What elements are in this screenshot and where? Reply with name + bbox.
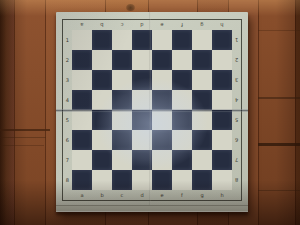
square-e8[interactable] xyxy=(152,170,172,190)
board-bottom-edge xyxy=(56,205,248,212)
square-f3[interactable] xyxy=(172,70,192,90)
square-h3[interactable] xyxy=(212,70,232,90)
coord-label: a xyxy=(74,191,91,200)
square-f6[interactable] xyxy=(172,130,192,150)
square-d1[interactable] xyxy=(132,30,152,50)
coord-label: 5 xyxy=(233,112,241,129)
coord-label: 6 xyxy=(233,132,241,149)
square-f8[interactable] xyxy=(172,170,192,190)
coord-label: c xyxy=(114,21,131,30)
square-h8[interactable] xyxy=(212,170,232,190)
square-d7[interactable] xyxy=(132,150,152,170)
square-b2[interactable] xyxy=(92,50,112,70)
square-c7[interactable] xyxy=(112,150,132,170)
coord-label: b xyxy=(94,21,111,30)
coord-label: 1 xyxy=(233,32,241,49)
coord-label: 6 xyxy=(64,132,72,149)
square-e5[interactable] xyxy=(152,110,172,130)
square-a5[interactable] xyxy=(72,110,92,130)
coord-label: h xyxy=(214,21,231,30)
square-g4[interactable] xyxy=(192,90,212,110)
coord-label: 2 xyxy=(233,52,241,69)
coord-label: 8 xyxy=(64,172,72,189)
rank-labels-left: 12345678 xyxy=(63,30,72,190)
square-f4[interactable] xyxy=(172,90,192,110)
square-g7[interactable] xyxy=(192,150,212,170)
coord-label: g xyxy=(194,191,211,200)
coord-label: e xyxy=(154,191,171,200)
square-a8[interactable] xyxy=(72,170,92,190)
square-f1[interactable] xyxy=(172,30,192,50)
square-g6[interactable] xyxy=(192,130,212,150)
coord-label: 7 xyxy=(64,152,72,169)
square-c8[interactable] xyxy=(112,170,132,190)
coord-label: g xyxy=(194,21,211,30)
coord-label: h xyxy=(214,191,231,200)
coord-label: 3 xyxy=(233,72,241,89)
square-b8[interactable] xyxy=(92,170,112,190)
square-c4[interactable] xyxy=(112,90,132,110)
square-h7[interactable] xyxy=(212,150,232,170)
square-d4[interactable] xyxy=(132,90,152,110)
square-g8[interactable] xyxy=(192,170,212,190)
chessboard: abcdefgh 12345678 12345678 abcdefgh xyxy=(56,12,248,212)
square-g3[interactable] xyxy=(192,70,212,90)
square-e4[interactable] xyxy=(152,90,172,110)
coord-label: 1 xyxy=(64,32,72,49)
square-c3[interactable] xyxy=(112,70,132,90)
square-g1[interactable] xyxy=(192,30,212,50)
square-a6[interactable] xyxy=(72,130,92,150)
square-f7[interactable] xyxy=(172,150,192,170)
square-d6[interactable] xyxy=(132,130,152,150)
square-b5[interactable] xyxy=(92,110,112,130)
square-d3[interactable] xyxy=(132,70,152,90)
square-e7[interactable] xyxy=(152,150,172,170)
square-h1[interactable] xyxy=(212,30,232,50)
rank-labels-right: 12345678 xyxy=(232,30,241,190)
square-b3[interactable] xyxy=(92,70,112,90)
coord-label: 5 xyxy=(64,112,72,129)
square-c6[interactable] xyxy=(112,130,132,150)
coord-label: 7 xyxy=(233,152,241,169)
square-a1[interactable] xyxy=(72,30,92,50)
photo: abcdefgh 12345678 12345678 abcdefgh xyxy=(0,0,300,225)
square-h4[interactable] xyxy=(212,90,232,110)
square-e3[interactable] xyxy=(152,70,172,90)
square-h5[interactable] xyxy=(212,110,232,130)
square-h2[interactable] xyxy=(212,50,232,70)
coord-label: f xyxy=(174,191,191,200)
coord-label: 8 xyxy=(233,172,241,189)
square-a3[interactable] xyxy=(72,70,92,90)
square-e1[interactable] xyxy=(152,30,172,50)
board-frame: abcdefgh 12345678 12345678 abcdefgh xyxy=(62,19,242,201)
square-c1[interactable] xyxy=(112,30,132,50)
square-c5[interactable] xyxy=(112,110,132,130)
square-b6[interactable] xyxy=(92,130,112,150)
square-f2[interactable] xyxy=(172,50,192,70)
square-b4[interactable] xyxy=(92,90,112,110)
squares-grid xyxy=(72,30,232,190)
square-e2[interactable] xyxy=(152,50,172,70)
coord-label: f xyxy=(174,21,191,30)
file-labels-top: abcdefgh xyxy=(72,20,232,30)
coord-label: 4 xyxy=(233,92,241,109)
coord-label: e xyxy=(154,21,171,30)
coord-label: a xyxy=(74,21,91,30)
square-h6[interactable] xyxy=(212,130,232,150)
square-g2[interactable] xyxy=(192,50,212,70)
square-f5[interactable] xyxy=(172,110,192,130)
square-c2[interactable] xyxy=(112,50,132,70)
coord-label: d xyxy=(134,191,151,200)
coord-label: 4 xyxy=(64,92,72,109)
square-e6[interactable] xyxy=(152,130,172,150)
square-b7[interactable] xyxy=(92,150,112,170)
coord-label: d xyxy=(134,21,151,30)
square-d5[interactable] xyxy=(132,110,152,130)
coord-label: 3 xyxy=(64,72,72,89)
square-d8[interactable] xyxy=(132,170,152,190)
coord-label: b xyxy=(94,191,111,200)
square-b1[interactable] xyxy=(92,30,112,50)
coord-label: 2 xyxy=(64,52,72,69)
square-d2[interactable] xyxy=(132,50,152,70)
file-labels-bottom: abcdefgh xyxy=(72,190,232,200)
square-a4[interactable] xyxy=(72,90,92,110)
square-a2[interactable] xyxy=(72,50,92,70)
square-a7[interactable] xyxy=(72,150,92,170)
square-g5[interactable] xyxy=(192,110,212,130)
coord-label: c xyxy=(114,191,131,200)
